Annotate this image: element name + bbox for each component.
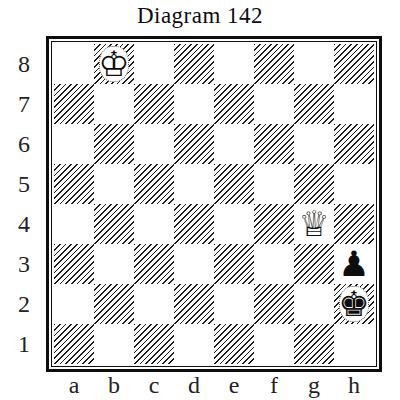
square-h2[interactable]: ♚ [334, 284, 374, 324]
square-b6[interactable] [94, 124, 134, 164]
rank-label-6: 6 [8, 124, 40, 164]
square-d6[interactable] [174, 124, 214, 164]
board-inner-frame: ♔♕♟♚ [51, 41, 377, 367]
rank-labels: 87654321 [8, 44, 40, 364]
square-c4[interactable] [134, 204, 174, 244]
square-c2[interactable] [134, 284, 174, 324]
square-a8[interactable] [54, 44, 94, 84]
board-grid: ♔♕♟♚ [54, 44, 374, 364]
square-a7[interactable] [54, 84, 94, 124]
square-f3[interactable] [254, 244, 294, 284]
square-e7[interactable] [214, 84, 254, 124]
square-b2[interactable] [94, 284, 134, 324]
square-f2[interactable] [254, 284, 294, 324]
square-f4[interactable] [254, 204, 294, 244]
square-h6[interactable] [334, 124, 374, 164]
file-label-a: a [54, 371, 94, 399]
square-b8[interactable]: ♔ [94, 44, 134, 84]
square-d4[interactable] [174, 204, 214, 244]
rank-label-2: 2 [8, 284, 40, 324]
square-f8[interactable] [254, 44, 294, 84]
square-e3[interactable] [214, 244, 254, 284]
file-labels: abcdefgh [54, 371, 374, 399]
rank-label-1: 1 [8, 324, 40, 364]
square-d2[interactable] [174, 284, 214, 324]
file-label-d: d [174, 371, 214, 399]
square-d7[interactable] [174, 84, 214, 124]
square-d1[interactable] [174, 324, 214, 364]
square-h1[interactable] [334, 324, 374, 364]
square-e5[interactable] [214, 164, 254, 204]
black-pawn-h3[interactable]: ♟ [338, 244, 369, 284]
square-b1[interactable] [94, 324, 134, 364]
square-f7[interactable] [254, 84, 294, 124]
square-d5[interactable] [174, 164, 214, 204]
square-e8[interactable] [214, 44, 254, 84]
rank-label-3: 3 [8, 244, 40, 284]
square-b4[interactable] [94, 204, 134, 244]
square-c1[interactable] [134, 324, 174, 364]
square-c8[interactable] [134, 44, 174, 84]
square-d3[interactable] [174, 244, 214, 284]
square-g2[interactable] [294, 284, 334, 324]
rank-label-7: 7 [8, 84, 40, 124]
square-h7[interactable] [334, 84, 374, 124]
square-a3[interactable] [54, 244, 94, 284]
square-g4[interactable]: ♕ [294, 204, 334, 244]
chess-diagram-page: Diagram 142 87654321 ♔♕♟♚ abcdefgh [0, 0, 400, 400]
black-king-h2[interactable]: ♚ [338, 284, 369, 324]
square-f1[interactable] [254, 324, 294, 364]
square-e6[interactable] [214, 124, 254, 164]
square-a4[interactable] [54, 204, 94, 244]
square-h3[interactable]: ♟ [334, 244, 374, 284]
rank-label-4: 4 [8, 204, 40, 244]
file-label-f: f [254, 371, 294, 399]
white-king-b8[interactable]: ♔ [98, 44, 129, 84]
file-label-h: h [334, 371, 374, 399]
square-c7[interactable] [134, 84, 174, 124]
rank-label-8: 8 [8, 44, 40, 84]
square-d8[interactable] [174, 44, 214, 84]
square-f6[interactable] [254, 124, 294, 164]
square-g5[interactable] [294, 164, 334, 204]
square-g7[interactable] [294, 84, 334, 124]
chess-board: ♔♕♟♚ [46, 36, 382, 372]
rank-label-5: 5 [8, 164, 40, 204]
file-label-c: c [134, 371, 174, 399]
square-e4[interactable] [214, 204, 254, 244]
square-c6[interactable] [134, 124, 174, 164]
file-label-g: g [294, 371, 334, 399]
square-g6[interactable] [294, 124, 334, 164]
square-g8[interactable] [294, 44, 334, 84]
square-h8[interactable] [334, 44, 374, 84]
square-g3[interactable] [294, 244, 334, 284]
square-h5[interactable] [334, 164, 374, 204]
square-a1[interactable] [54, 324, 94, 364]
file-label-e: e [214, 371, 254, 399]
white-queen-g4[interactable]: ♕ [298, 204, 329, 244]
square-e1[interactable] [214, 324, 254, 364]
square-b7[interactable] [94, 84, 134, 124]
square-b5[interactable] [94, 164, 134, 204]
square-a6[interactable] [54, 124, 94, 164]
diagram-title: Diagram 142 [0, 3, 400, 29]
square-a2[interactable] [54, 284, 94, 324]
square-c5[interactable] [134, 164, 174, 204]
square-f5[interactable] [254, 164, 294, 204]
square-b3[interactable] [94, 244, 134, 284]
square-h4[interactable] [334, 204, 374, 244]
square-a5[interactable] [54, 164, 94, 204]
square-c3[interactable] [134, 244, 174, 284]
file-label-b: b [94, 371, 134, 399]
square-e2[interactable] [214, 284, 254, 324]
square-g1[interactable] [294, 324, 334, 364]
